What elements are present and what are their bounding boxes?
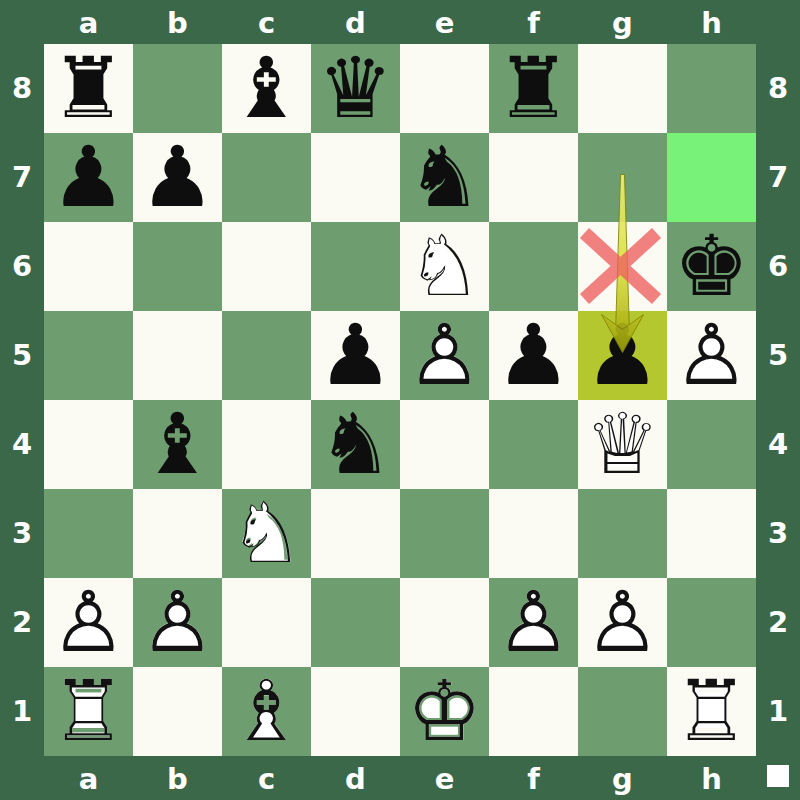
square-b8[interactable] — [133, 44, 222, 133]
square-d4[interactable]: ♞ — [311, 400, 400, 489]
square-c6[interactable] — [222, 222, 311, 311]
square-h2[interactable] — [667, 578, 756, 667]
white-pawn-f2: ♟♙ — [489, 578, 578, 667]
black-knight-d4: ♞ — [311, 400, 400, 489]
black-pawn-g5: ♟ — [578, 311, 667, 400]
white-rook-a1: ♜♖ — [44, 667, 133, 756]
rank-label-right-8: 8 — [756, 44, 800, 133]
white-knight-e6: ♞♘ — [400, 222, 489, 311]
white-bishop-c1: ♝♗ — [222, 667, 311, 756]
square-a4[interactable] — [44, 400, 133, 489]
square-c7[interactable] — [222, 133, 311, 222]
square-c1[interactable]: ♝♗ — [222, 667, 311, 756]
square-a1[interactable]: ♜♖ — [44, 667, 133, 756]
square-h3[interactable] — [667, 489, 756, 578]
file-label-bottom-c: c — [222, 756, 311, 800]
chess-board-frame: abcdefgh abcdefgh 87654321 87654321 ♜♝♛♜… — [0, 0, 800, 800]
file-label-bottom-d: d — [311, 756, 400, 800]
black-queen-d8: ♛ — [311, 44, 400, 133]
square-e5[interactable]: ♟♙ — [400, 311, 489, 400]
black-pawn-f5: ♟ — [489, 311, 578, 400]
square-g1[interactable] — [578, 667, 667, 756]
file-label-top-a: a — [44, 0, 133, 44]
black-king-h6: ♚ — [667, 222, 756, 311]
square-a2[interactable]: ♟♙ — [44, 578, 133, 667]
rank-label-left-5: 5 — [0, 311, 44, 400]
file-label-bottom-h: h — [667, 756, 756, 800]
square-f7[interactable] — [489, 133, 578, 222]
square-e8[interactable] — [400, 44, 489, 133]
square-e7[interactable]: ♞ — [400, 133, 489, 222]
square-c3[interactable]: ♞♘ — [222, 489, 311, 578]
rank-label-right-2: 2 — [756, 578, 800, 667]
black-rook-a8: ♜ — [44, 44, 133, 133]
square-b2[interactable]: ♟♙ — [133, 578, 222, 667]
square-h8[interactable] — [667, 44, 756, 133]
file-label-top-h: h — [667, 0, 756, 44]
square-h7[interactable] — [667, 133, 756, 222]
square-d5[interactable]: ♟ — [311, 311, 400, 400]
square-b7[interactable]: ♟ — [133, 133, 222, 222]
square-d2[interactable] — [311, 578, 400, 667]
square-b1[interactable] — [133, 667, 222, 756]
black-bishop-c8: ♝ — [222, 44, 311, 133]
square-f8[interactable]: ♜ — [489, 44, 578, 133]
black-pawn-b7: ♟ — [133, 133, 222, 222]
file-label-top-f: f — [489, 0, 578, 44]
square-d1[interactable] — [311, 667, 400, 756]
white-pawn-b2: ♟♙ — [133, 578, 222, 667]
square-a5[interactable] — [44, 311, 133, 400]
square-g2[interactable]: ♟♙ — [578, 578, 667, 667]
square-g5[interactable]: ♟ — [578, 311, 667, 400]
square-h5[interactable]: ♟♙ — [667, 311, 756, 400]
square-e3[interactable] — [400, 489, 489, 578]
square-h1[interactable]: ♜♖ — [667, 667, 756, 756]
rank-label-left-6: 6 — [0, 222, 44, 311]
square-c2[interactable] — [222, 578, 311, 667]
square-g8[interactable] — [578, 44, 667, 133]
file-label-bottom-g: g — [578, 756, 667, 800]
square-f6[interactable] — [489, 222, 578, 311]
file-label-top-e: e — [400, 0, 489, 44]
square-e6[interactable]: ♞♘ — [400, 222, 489, 311]
square-a3[interactable] — [44, 489, 133, 578]
file-label-top-d: d — [311, 0, 400, 44]
square-h4[interactable] — [667, 400, 756, 489]
rank-label-right-5: 5 — [756, 311, 800, 400]
board: ♜♝♛♜♟♟♞♞♘♚♟♟♙♟♟♟♙♝♞♛♕♞♘♟♙♟♙♟♙♟♙♜♖♝♗♚♔♜♖ — [44, 44, 756, 756]
square-f2[interactable]: ♟♙ — [489, 578, 578, 667]
black-knight-e7: ♞ — [400, 133, 489, 222]
square-g4[interactable]: ♛♕ — [578, 400, 667, 489]
file-label-top-b: b — [133, 0, 222, 44]
rank-label-right-7: 7 — [756, 133, 800, 222]
square-f1[interactable] — [489, 667, 578, 756]
square-g3[interactable] — [578, 489, 667, 578]
file-label-top-c: c — [222, 0, 311, 44]
square-c8[interactable]: ♝ — [222, 44, 311, 133]
rank-label-left-3: 3 — [0, 489, 44, 578]
square-a8[interactable]: ♜ — [44, 44, 133, 133]
square-d7[interactable] — [311, 133, 400, 222]
white-knight-c3: ♞♘ — [222, 489, 311, 578]
black-pawn-a7: ♟ — [44, 133, 133, 222]
file-label-bottom-a: a — [44, 756, 133, 800]
rank-label-right-1: 1 — [756, 667, 800, 756]
square-a6[interactable] — [44, 222, 133, 311]
white-pawn-g2: ♟♙ — [578, 578, 667, 667]
turn-indicator-white — [767, 765, 789, 787]
square-b4[interactable]: ♝ — [133, 400, 222, 489]
file-label-bottom-f: f — [489, 756, 578, 800]
white-pawn-a2: ♟♙ — [44, 578, 133, 667]
rank-label-left-4: 4 — [0, 400, 44, 489]
square-e2[interactable] — [400, 578, 489, 667]
square-d6[interactable] — [311, 222, 400, 311]
square-d3[interactable] — [311, 489, 400, 578]
white-pawn-e5: ♟♙ — [400, 311, 489, 400]
file-label-bottom-e: e — [400, 756, 489, 800]
white-pawn-h5: ♟♙ — [667, 311, 756, 400]
square-g6[interactable] — [578, 222, 667, 311]
square-b6[interactable] — [133, 222, 222, 311]
square-b3[interactable] — [133, 489, 222, 578]
file-label-top-g: g — [578, 0, 667, 44]
black-bishop-b4: ♝ — [133, 400, 222, 489]
rank-label-left-8: 8 — [0, 44, 44, 133]
square-e4[interactable] — [400, 400, 489, 489]
square-e1[interactable]: ♚♔ — [400, 667, 489, 756]
black-rook-f8: ♜ — [489, 44, 578, 133]
file-label-bottom-b: b — [133, 756, 222, 800]
square-a7[interactable]: ♟ — [44, 133, 133, 222]
square-f4[interactable] — [489, 400, 578, 489]
rank-label-left-7: 7 — [0, 133, 44, 222]
square-f5[interactable]: ♟ — [489, 311, 578, 400]
square-g7[interactable] — [578, 133, 667, 222]
square-f3[interactable] — [489, 489, 578, 578]
square-h6[interactable]: ♚ — [667, 222, 756, 311]
square-c5[interactable] — [222, 311, 311, 400]
rank-label-right-3: 3 — [756, 489, 800, 578]
square-d8[interactable]: ♛ — [311, 44, 400, 133]
rank-label-left-2: 2 — [0, 578, 44, 667]
rank-label-left-1: 1 — [0, 667, 44, 756]
rank-label-right-4: 4 — [756, 400, 800, 489]
white-king-e1: ♚♔ — [400, 667, 489, 756]
white-rook-h1: ♜♖ — [667, 667, 756, 756]
rank-label-right-6: 6 — [756, 222, 800, 311]
square-c4[interactable] — [222, 400, 311, 489]
black-pawn-d5: ♟ — [311, 311, 400, 400]
white-queen-g4: ♛♕ — [578, 400, 667, 489]
square-b5[interactable] — [133, 311, 222, 400]
